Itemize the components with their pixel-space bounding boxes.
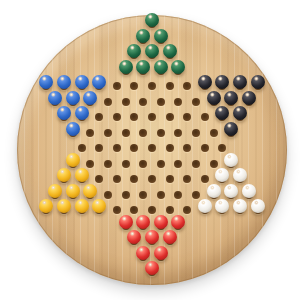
board-hole[interactable] xyxy=(95,175,103,183)
board-hole[interactable] xyxy=(210,129,218,137)
board-hole[interactable] xyxy=(130,206,138,214)
peg-blue[interactable] xyxy=(57,75,71,89)
board-hole[interactable] xyxy=(95,144,103,152)
peg-white[interactable] xyxy=(242,184,256,198)
peg-green[interactable] xyxy=(136,29,150,43)
board-hole[interactable] xyxy=(122,98,130,106)
board-hole[interactable] xyxy=(104,191,112,199)
board-hole[interactable] xyxy=(78,144,86,152)
board-hole[interactable] xyxy=(130,144,138,152)
peg-black[interactable] xyxy=(224,91,238,105)
board-hole[interactable] xyxy=(139,98,147,106)
peg-yellow[interactable] xyxy=(75,168,89,182)
board-hole[interactable] xyxy=(192,191,200,199)
peg-green[interactable] xyxy=(171,60,185,74)
peg-yellow[interactable] xyxy=(57,199,71,213)
board-hole[interactable] xyxy=(157,98,165,106)
peg-green[interactable] xyxy=(145,44,159,58)
board-hole[interactable] xyxy=(139,160,147,168)
board-hole[interactable] xyxy=(122,160,130,168)
peg-red[interactable] xyxy=(136,215,150,229)
photo-scene xyxy=(0,0,300,300)
peg-red[interactable] xyxy=(171,215,185,229)
peg-yellow[interactable] xyxy=(66,153,80,167)
peg-yellow[interactable] xyxy=(92,199,106,213)
peg-red[interactable] xyxy=(127,230,141,244)
board-hole[interactable] xyxy=(174,129,182,137)
peg-green[interactable] xyxy=(127,44,141,58)
board-hole[interactable] xyxy=(183,144,191,152)
peg-blue[interactable] xyxy=(39,75,53,89)
peg-white[interactable] xyxy=(207,184,221,198)
peg-yellow[interactable] xyxy=(75,199,89,213)
board-hole[interactable] xyxy=(104,160,112,168)
peg-red[interactable] xyxy=(119,215,133,229)
peg-yellow[interactable] xyxy=(66,184,80,198)
board-hole[interactable] xyxy=(122,129,130,137)
peg-blue[interactable] xyxy=(48,91,62,105)
board-hole[interactable] xyxy=(192,160,200,168)
board-hole[interactable] xyxy=(183,175,191,183)
peg-green[interactable] xyxy=(154,60,168,74)
board-hole[interactable] xyxy=(130,82,138,90)
peg-black[interactable] xyxy=(224,122,238,136)
board-hole[interactable] xyxy=(130,113,138,121)
board-hole[interactable] xyxy=(113,82,121,90)
board-hole[interactable] xyxy=(148,113,156,121)
board-hole[interactable] xyxy=(139,191,147,199)
board-hole[interactable] xyxy=(148,144,156,152)
board-hole[interactable] xyxy=(157,191,165,199)
peg-black[interactable] xyxy=(215,75,229,89)
board-hole[interactable] xyxy=(183,82,191,90)
peg-white[interactable] xyxy=(251,199,265,213)
peg-black[interactable] xyxy=(233,106,247,120)
board-hole[interactable] xyxy=(201,113,209,121)
board-hole[interactable] xyxy=(192,129,200,137)
peg-blue[interactable] xyxy=(57,106,71,120)
board-hole[interactable] xyxy=(183,113,191,121)
board-hole[interactable] xyxy=(122,191,130,199)
peg-white[interactable] xyxy=(198,199,212,213)
board-hole[interactable] xyxy=(148,82,156,90)
board-hole[interactable] xyxy=(174,191,182,199)
peg-blue[interactable] xyxy=(75,106,89,120)
board-hole[interactable] xyxy=(130,175,138,183)
peg-green[interactable] xyxy=(119,60,133,74)
peg-blue[interactable] xyxy=(75,75,89,89)
peg-green[interactable] xyxy=(145,13,159,27)
board-hole[interactable] xyxy=(166,113,174,121)
board-hole[interactable] xyxy=(139,129,147,137)
board-hole[interactable] xyxy=(218,144,226,152)
board-hole[interactable] xyxy=(192,98,200,106)
peg-green[interactable] xyxy=(136,60,150,74)
board-hole[interactable] xyxy=(113,144,121,152)
peg-red[interactable] xyxy=(154,215,168,229)
peg-green[interactable] xyxy=(154,29,168,43)
peg-grid xyxy=(17,15,287,285)
peg-white[interactable] xyxy=(215,199,229,213)
board-hole[interactable] xyxy=(86,129,94,137)
board-hole[interactable] xyxy=(113,113,121,121)
board-hole[interactable] xyxy=(210,160,218,168)
board-hole[interactable] xyxy=(166,175,174,183)
board-hole[interactable] xyxy=(95,113,103,121)
peg-blue[interactable] xyxy=(66,91,80,105)
board-hole[interactable] xyxy=(148,206,156,214)
peg-white[interactable] xyxy=(233,168,247,182)
board-hole[interactable] xyxy=(86,160,94,168)
peg-red[interactable] xyxy=(145,261,159,275)
board-hole[interactable] xyxy=(166,206,174,214)
peg-yellow[interactable] xyxy=(83,184,97,198)
peg-blue[interactable] xyxy=(83,91,97,105)
peg-black[interactable] xyxy=(233,75,247,89)
board-hole[interactable] xyxy=(174,160,182,168)
peg-yellow[interactable] xyxy=(57,168,71,182)
peg-red[interactable] xyxy=(154,246,168,260)
board-hole[interactable] xyxy=(174,98,182,106)
board-hole[interactable] xyxy=(183,206,191,214)
peg-green[interactable] xyxy=(163,44,177,58)
board-hole[interactable] xyxy=(166,144,174,152)
board-hole[interactable] xyxy=(148,175,156,183)
board-hole[interactable] xyxy=(201,175,209,183)
peg-black[interactable] xyxy=(242,91,256,105)
board-hole[interactable] xyxy=(166,82,174,90)
peg-white[interactable] xyxy=(224,184,238,198)
peg-red[interactable] xyxy=(163,230,177,244)
peg-yellow[interactable] xyxy=(39,199,53,213)
peg-white[interactable] xyxy=(215,168,229,182)
board-hole[interactable] xyxy=(157,160,165,168)
peg-blue[interactable] xyxy=(66,122,80,136)
board-hole[interactable] xyxy=(157,129,165,137)
peg-white[interactable] xyxy=(224,153,238,167)
peg-black[interactable] xyxy=(251,75,265,89)
peg-black[interactable] xyxy=(215,106,229,120)
board-hole[interactable] xyxy=(113,175,121,183)
chinese-checkers-board xyxy=(17,15,287,285)
peg-red[interactable] xyxy=(145,230,159,244)
peg-blue[interactable] xyxy=(92,75,106,89)
board-hole[interactable] xyxy=(113,206,121,214)
board-hole[interactable] xyxy=(104,129,112,137)
peg-yellow[interactable] xyxy=(48,184,62,198)
peg-black[interactable] xyxy=(198,75,212,89)
peg-black[interactable] xyxy=(207,91,221,105)
board-hole[interactable] xyxy=(104,98,112,106)
board-hole[interactable] xyxy=(201,144,209,152)
peg-red[interactable] xyxy=(136,246,150,260)
peg-white[interactable] xyxy=(233,199,247,213)
